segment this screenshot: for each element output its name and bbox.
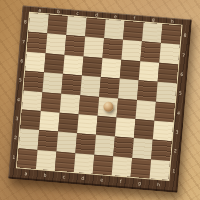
- coord-bottom-a: a: [16, 170, 35, 178]
- square-g3[interactable]: [134, 119, 155, 140]
- chess-board: abcdefgh abcdefgh 87654321 87654321: [8, 5, 192, 193]
- square-d6[interactable]: [82, 56, 103, 77]
- square-a4[interactable]: [22, 90, 43, 111]
- chessboard-photo: abcdefgh abcdefgh 87654321 87654321: [0, 0, 200, 200]
- square-d5[interactable]: [80, 76, 101, 97]
- square-b1[interactable]: [36, 150, 57, 171]
- square-h6[interactable]: [158, 63, 179, 84]
- square-b4[interactable]: [41, 92, 62, 113]
- square-g4[interactable]: [135, 100, 156, 121]
- square-b5[interactable]: [42, 72, 63, 93]
- square-h5[interactable]: [156, 82, 177, 103]
- square-a1[interactable]: [17, 148, 38, 169]
- coord-right-5: 5: [176, 84, 185, 104]
- square-d8[interactable]: [85, 18, 106, 39]
- square-e1[interactable]: [93, 154, 114, 175]
- square-d2[interactable]: [75, 133, 96, 154]
- square-b3[interactable]: [39, 111, 60, 132]
- coord-bottom-f: f: [111, 178, 130, 186]
- square-b8[interactable]: [47, 14, 68, 35]
- square-c1[interactable]: [55, 151, 76, 172]
- square-f8[interactable]: [123, 21, 144, 42]
- square-g6[interactable]: [139, 61, 160, 82]
- coord-right-1: 1: [169, 161, 178, 181]
- coord-right-8: 8: [181, 26, 190, 46]
- coord-bottom-d: d: [73, 175, 92, 183]
- coord-right-7: 7: [179, 45, 188, 65]
- square-e5[interactable]: [99, 77, 120, 98]
- square-d4[interactable]: [79, 95, 100, 116]
- square-e4[interactable]: [98, 96, 119, 117]
- piece-white-pawn-e4[interactable]: [102, 101, 113, 112]
- square-h1[interactable]: [150, 159, 171, 180]
- square-c3[interactable]: [58, 113, 79, 134]
- square-f1[interactable]: [112, 156, 133, 177]
- square-f6[interactable]: [120, 59, 141, 80]
- square-f3[interactable]: [115, 117, 136, 138]
- square-c7[interactable]: [65, 35, 86, 56]
- square-e7[interactable]: [102, 39, 123, 60]
- square-g7[interactable]: [140, 42, 161, 63]
- coord-right-6: 6: [178, 64, 187, 84]
- square-c8[interactable]: [66, 16, 87, 37]
- coord-bottom-g: g: [130, 180, 149, 188]
- square-f7[interactable]: [121, 40, 142, 61]
- square-a3[interactable]: [20, 109, 41, 130]
- coord-bottom-e: e: [92, 177, 111, 185]
- square-h2[interactable]: [151, 140, 172, 161]
- square-f4[interactable]: [117, 98, 138, 119]
- square-b2[interactable]: [38, 130, 59, 151]
- square-b7[interactable]: [46, 34, 67, 55]
- square-c5[interactable]: [61, 74, 82, 95]
- square-g5[interactable]: [137, 80, 158, 101]
- square-f2[interactable]: [113, 137, 134, 158]
- board-grid: [17, 13, 181, 180]
- square-e3[interactable]: [96, 116, 117, 137]
- square-a6[interactable]: [25, 51, 46, 72]
- coord-bottom-c: c: [54, 173, 73, 181]
- square-e6[interactable]: [101, 58, 122, 79]
- square-d7[interactable]: [84, 37, 105, 58]
- coord-bottom-b: b: [35, 172, 54, 180]
- coord-right-2: 2: [171, 141, 180, 161]
- square-b6[interactable]: [44, 53, 65, 74]
- square-h7[interactable]: [159, 43, 180, 64]
- square-a5[interactable]: [23, 71, 44, 92]
- square-a8[interactable]: [28, 13, 49, 34]
- square-a7[interactable]: [27, 32, 48, 53]
- square-g8[interactable]: [142, 22, 163, 43]
- square-c2[interactable]: [56, 132, 77, 153]
- square-f5[interactable]: [118, 79, 139, 100]
- square-d1[interactable]: [74, 153, 95, 174]
- square-g2[interactable]: [132, 138, 153, 159]
- coord-right-3: 3: [173, 122, 182, 142]
- coord-right-4: 4: [174, 103, 183, 123]
- square-h4[interactable]: [154, 101, 175, 122]
- square-c6[interactable]: [63, 55, 84, 76]
- square-g1[interactable]: [131, 158, 152, 179]
- square-a2[interactable]: [19, 129, 40, 150]
- coord-bottom-h: h: [149, 181, 168, 189]
- square-h3[interactable]: [153, 121, 174, 142]
- square-h8[interactable]: [161, 24, 182, 45]
- square-e2[interactable]: [94, 135, 115, 156]
- square-c4[interactable]: [60, 93, 81, 114]
- square-d3[interactable]: [77, 114, 98, 135]
- square-e8[interactable]: [104, 19, 125, 40]
